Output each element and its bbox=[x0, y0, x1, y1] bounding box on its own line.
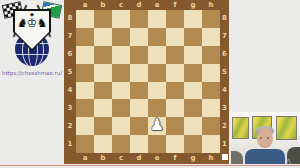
white-piece-P[interactable]: ♟ bbox=[150, 117, 164, 133]
white-to-move-indicator bbox=[222, 154, 228, 160]
file-label: h bbox=[202, 0, 220, 10]
file-label: h bbox=[202, 153, 220, 164]
file-label: b bbox=[94, 0, 112, 10]
square-d7[interactable] bbox=[130, 28, 148, 46]
file-label: c bbox=[112, 0, 130, 10]
square-g1[interactable] bbox=[184, 135, 202, 153]
file-label: g bbox=[184, 153, 202, 164]
file-label: a bbox=[76, 153, 94, 164]
rank-label: 6 bbox=[220, 46, 229, 64]
knight-icon: ♞ bbox=[17, 16, 28, 30]
rank-label: 5 bbox=[220, 64, 229, 82]
file-label: g bbox=[184, 0, 202, 10]
board-squares: ♟ bbox=[76, 10, 220, 153]
square-f2[interactable] bbox=[166, 117, 184, 135]
square-b5[interactable] bbox=[94, 64, 112, 82]
square-a4[interactable] bbox=[76, 82, 94, 100]
square-f5[interactable] bbox=[166, 64, 184, 82]
square-e5[interactable] bbox=[148, 64, 166, 82]
square-e2[interactable]: ♟ bbox=[148, 117, 166, 135]
square-h1[interactable] bbox=[202, 135, 220, 153]
square-f8[interactable] bbox=[166, 10, 184, 28]
square-f4[interactable] bbox=[166, 82, 184, 100]
rank-label: 4 bbox=[64, 82, 76, 100]
square-e4[interactable] bbox=[148, 82, 166, 100]
presenter-eyes bbox=[260, 137, 270, 139]
square-a2[interactable] bbox=[76, 117, 94, 135]
webcam-view bbox=[231, 112, 300, 164]
square-c1[interactable] bbox=[112, 135, 130, 153]
square-g8[interactable] bbox=[184, 10, 202, 28]
bottom-divider-line bbox=[0, 165, 300, 166]
logo-panel: ◆ ♞ ♔ ♞ https://chesshmao.ru/ bbox=[0, 0, 64, 164]
square-d2[interactable] bbox=[130, 117, 148, 135]
rank-label: 3 bbox=[64, 99, 76, 117]
square-f3[interactable] bbox=[166, 99, 184, 117]
square-h5[interactable] bbox=[202, 64, 220, 82]
square-b4[interactable] bbox=[94, 82, 112, 100]
rank-label: 5 bbox=[64, 64, 76, 82]
square-a3[interactable] bbox=[76, 99, 94, 117]
square-g4[interactable] bbox=[184, 82, 202, 100]
square-a8[interactable] bbox=[76, 10, 94, 28]
square-d1[interactable] bbox=[130, 135, 148, 153]
square-h2[interactable] bbox=[202, 117, 220, 135]
file-label: b bbox=[94, 153, 112, 164]
rank-label: 3 bbox=[220, 99, 229, 117]
wall-picture bbox=[276, 116, 297, 140]
square-f1[interactable] bbox=[166, 135, 184, 153]
square-c2[interactable] bbox=[112, 117, 130, 135]
square-h4[interactable] bbox=[202, 82, 220, 100]
square-h8[interactable] bbox=[202, 10, 220, 28]
square-e6[interactable] bbox=[148, 46, 166, 64]
rank-label: 7 bbox=[64, 28, 76, 46]
square-h6[interactable] bbox=[202, 46, 220, 64]
square-a6[interactable] bbox=[76, 46, 94, 64]
rank-label: 7 bbox=[220, 28, 229, 46]
chess-club-logo: ◆ ♞ ♔ ♞ bbox=[3, 2, 61, 68]
file-label: e bbox=[148, 0, 166, 10]
square-c8[interactable] bbox=[112, 10, 130, 28]
square-c4[interactable] bbox=[112, 82, 130, 100]
square-g5[interactable] bbox=[184, 64, 202, 82]
square-b1[interactable] bbox=[94, 135, 112, 153]
file-label: f bbox=[166, 153, 184, 164]
square-e8[interactable] bbox=[148, 10, 166, 28]
rank-label: 1 bbox=[64, 135, 76, 153]
rank-label: 1 bbox=[220, 135, 229, 153]
square-c6[interactable] bbox=[112, 46, 130, 64]
square-c3[interactable] bbox=[112, 99, 130, 117]
square-g2[interactable] bbox=[184, 117, 202, 135]
video-frame: ◆ ♞ ♔ ♞ https://chesshmao.ru/ abcdefgh a… bbox=[0, 0, 300, 168]
knight-icon: ♞ bbox=[36, 16, 47, 30]
square-e7[interactable] bbox=[148, 28, 166, 46]
presenter-body bbox=[245, 149, 285, 164]
shadow bbox=[231, 151, 243, 164]
file-label: d bbox=[130, 0, 148, 10]
square-f7[interactable] bbox=[166, 28, 184, 46]
rank-label: 6 bbox=[64, 46, 76, 64]
file-label: f bbox=[166, 0, 184, 10]
square-h3[interactable] bbox=[202, 99, 220, 117]
wall-picture bbox=[232, 117, 249, 139]
square-b7[interactable] bbox=[94, 28, 112, 46]
square-h7[interactable] bbox=[202, 28, 220, 46]
square-b6[interactable] bbox=[94, 46, 112, 64]
square-e1[interactable] bbox=[148, 135, 166, 153]
square-c5[interactable] bbox=[112, 64, 130, 82]
square-b2[interactable] bbox=[94, 117, 112, 135]
file-label: e bbox=[148, 153, 166, 164]
square-g6[interactable] bbox=[184, 46, 202, 64]
square-a7[interactable] bbox=[76, 28, 94, 46]
rank-label: 8 bbox=[64, 10, 76, 28]
square-d6[interactable] bbox=[130, 46, 148, 64]
square-f6[interactable] bbox=[166, 46, 184, 64]
ranks-left: 87654321 bbox=[64, 10, 76, 153]
square-d5[interactable] bbox=[130, 64, 148, 82]
square-d4[interactable] bbox=[130, 82, 148, 100]
file-label: a bbox=[76, 0, 94, 10]
files-bottom: abcdefgh bbox=[76, 153, 220, 164]
square-d3[interactable] bbox=[130, 99, 148, 117]
rank-label: 4 bbox=[220, 82, 229, 100]
square-g3[interactable] bbox=[184, 99, 202, 117]
rank-label: 8 bbox=[220, 10, 229, 28]
cursor-artifact: Λ bbox=[286, 159, 291, 166]
rank-label: 2 bbox=[220, 117, 229, 135]
chess-board: abcdefgh abcdefgh 87654321 87654321 ♟ bbox=[64, 0, 229, 164]
rank-label: 2 bbox=[64, 117, 76, 135]
square-b3[interactable] bbox=[94, 99, 112, 117]
files-top: abcdefgh bbox=[76, 0, 220, 10]
ranks-right: 87654321 bbox=[220, 10, 229, 153]
site-url-link[interactable]: https://chesshmao.ru/ bbox=[0, 70, 64, 76]
square-c7[interactable] bbox=[112, 28, 130, 46]
square-g7[interactable] bbox=[184, 28, 202, 46]
file-label: c bbox=[112, 153, 130, 164]
square-d8[interactable] bbox=[130, 10, 148, 28]
file-label: d bbox=[130, 153, 148, 164]
square-a1[interactable] bbox=[76, 135, 94, 153]
square-b8[interactable] bbox=[94, 10, 112, 28]
square-a5[interactable] bbox=[76, 64, 94, 82]
